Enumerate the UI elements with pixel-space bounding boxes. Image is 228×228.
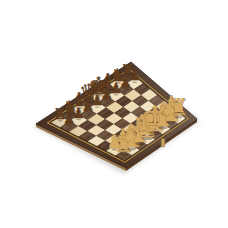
- piece-light-rook-h1: ♜: [168, 94, 188, 120]
- chess-product-photo: ♜♞♝♛♚♝♞♜♟♟♟♟♟♟♟♟♟♟♟♟♟♟♟♟♜♞♝♛♚♝♞♜: [0, 0, 228, 228]
- piece-dark-pawn-h7: ♟: [129, 67, 141, 83]
- chess-board-scene: ♜♞♝♛♚♝♞♜♟♟♟♟♟♟♟♟♟♟♟♟♟♟♟♟♜♞♝♛♚♝♞♜: [0, 0, 228, 228]
